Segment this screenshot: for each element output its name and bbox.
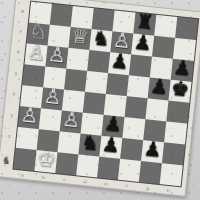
piece-white-pawn: ♙	[62, 109, 82, 131]
square-b2	[37, 129, 60, 152]
square-b6: ♙	[45, 46, 68, 69]
square-c1	[55, 152, 78, 175]
square-h2	[162, 142, 185, 165]
square-a4	[20, 85, 43, 108]
square-d7: ♞	[89, 29, 112, 52]
square-e2: ♟	[99, 136, 122, 159]
square-g7	[152, 36, 175, 59]
square-f3	[122, 117, 145, 140]
file-label-e: e	[97, 179, 114, 188]
square-f5	[127, 75, 150, 98]
square-g4	[145, 98, 168, 121]
square-a1	[14, 148, 37, 171]
piece-black-pawn: ♟	[173, 57, 193, 79]
square-c2	[57, 131, 80, 154]
photo-scene: 87654321 abcdefgh ♞ ♜♘♕♞♙♟♙♙♟♟♟♚♙♙♙♟♞♟♟♔	[0, 0, 200, 200]
piece-black-pawn: ♟	[110, 50, 130, 72]
square-e8	[112, 10, 135, 33]
square-f6	[129, 54, 152, 77]
board-squares: ♜♘♕♞♙♟♙♙♟♟♟♚♙♙♙♟♞♟♟♔	[12, 1, 199, 188]
square-e5	[106, 73, 129, 96]
square-h3	[164, 121, 187, 144]
square-d8	[92, 8, 115, 31]
piece-white-knight: ♘	[29, 21, 49, 43]
board-logo-knight-icon: ♞	[0, 152, 13, 168]
square-a7: ♘	[27, 23, 50, 46]
rank-label-2: 2	[5, 127, 14, 144]
square-a5	[22, 64, 45, 87]
square-b7	[48, 25, 71, 48]
square-h4	[166, 101, 189, 124]
file-label-f: f	[118, 182, 135, 191]
rank-label-5: 5	[12, 64, 21, 81]
square-h6: ♟	[171, 59, 194, 82]
square-a2	[16, 127, 39, 150]
piece-black-king: ♚	[170, 78, 190, 100]
piece-white-king: ♔	[36, 148, 56, 170]
square-e6: ♟	[108, 52, 131, 75]
square-g8	[154, 15, 177, 38]
square-e3: ♟	[101, 115, 124, 138]
rank-label-8: 8	[18, 2, 27, 19]
square-f4	[125, 96, 148, 119]
square-f1	[118, 159, 141, 182]
piece-black-pawn: ♟	[103, 113, 123, 135]
square-d3	[81, 113, 104, 136]
square-d5	[85, 71, 108, 94]
square-c8	[71, 6, 94, 29]
square-h1	[160, 163, 183, 186]
square-g1	[139, 161, 162, 184]
file-label-d: d	[76, 177, 93, 186]
rank-label-7: 7	[16, 22, 25, 39]
square-h8	[175, 17, 198, 40]
square-d1	[76, 154, 99, 177]
piece-black-knight: ♞	[91, 27, 111, 49]
square-c5	[64, 69, 87, 92]
square-d4	[83, 92, 106, 115]
piece-white-pawn: ♙	[43, 86, 63, 108]
square-f2	[120, 138, 143, 161]
square-b8	[50, 4, 73, 27]
chess-board: 87654321 abcdefgh ♞ ♜♘♕♞♙♟♙♙♟♟♟♚♙♙♙♟♞♟♟♔	[0, 0, 200, 197]
square-g6	[150, 57, 173, 80]
square-f7: ♟	[131, 33, 154, 56]
file-label-c: c	[55, 175, 72, 184]
piece-white-pawn: ♙	[47, 44, 67, 66]
square-e7: ♙	[110, 31, 133, 54]
square-c4	[62, 90, 85, 113]
file-label-h: h	[160, 186, 177, 195]
file-label-g: g	[139, 184, 156, 193]
square-h5: ♚	[168, 80, 191, 103]
square-b3	[39, 108, 62, 131]
piece-black-rook: ♜	[135, 11, 155, 33]
square-a8	[29, 2, 52, 25]
piece-white-pawn: ♙	[112, 29, 132, 51]
square-a3: ♙	[18, 106, 41, 129]
file-label-b: b	[35, 173, 52, 182]
rank-label-3: 3	[7, 106, 16, 123]
square-b1: ♔	[34, 150, 57, 173]
square-g3	[143, 119, 166, 142]
piece-white-pawn: ♙	[20, 104, 40, 126]
piece-black-pawn: ♟	[143, 138, 163, 160]
square-h7	[173, 38, 196, 61]
square-e4	[104, 94, 127, 117]
piece-black-pawn: ♟	[101, 134, 121, 156]
square-d6	[87, 50, 110, 73]
rank-label-6: 6	[14, 43, 23, 60]
square-a6: ♙	[24, 43, 47, 66]
piece-white-queen: ♕	[70, 25, 90, 47]
square-c7: ♕	[68, 27, 91, 50]
file-label-a: a	[14, 171, 31, 180]
square-e1	[97, 157, 120, 180]
square-c6	[66, 48, 89, 71]
piece-white-pawn: ♙	[26, 42, 46, 64]
square-b4: ♙	[41, 87, 64, 110]
piece-black-pawn: ♟	[133, 32, 153, 54]
square-f8: ♜	[133, 13, 156, 36]
square-c3: ♙	[60, 110, 83, 133]
piece-black-pawn: ♟	[149, 76, 169, 98]
piece-black-knight: ♞	[80, 132, 100, 154]
square-g2: ♟	[141, 140, 164, 163]
rank-label-4: 4	[9, 85, 18, 102]
square-b5	[43, 66, 66, 89]
square-g5: ♟	[148, 77, 171, 100]
square-d2: ♞	[78, 134, 101, 157]
